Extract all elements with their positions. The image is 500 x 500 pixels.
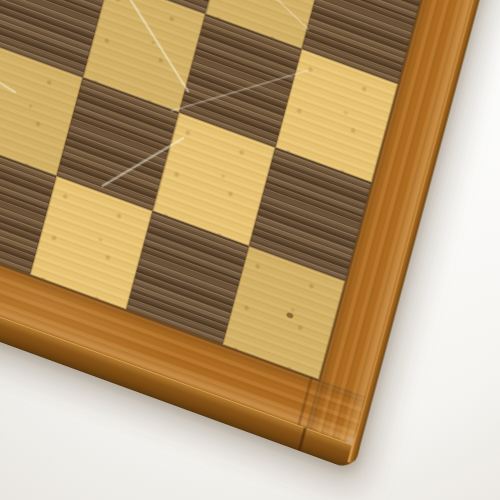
chessboard	[0, 0, 500, 445]
photo-scene	[0, 0, 500, 500]
wood-blemish	[286, 312, 294, 319]
board-top-surface	[0, 0, 500, 445]
frame-corner-joint-icon	[298, 426, 307, 451]
